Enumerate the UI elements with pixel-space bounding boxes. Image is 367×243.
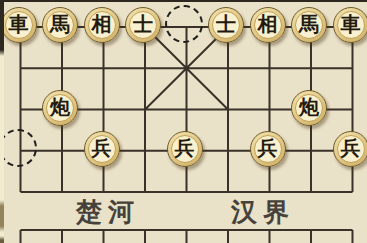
board-intersection[interactable] (0, 171, 41, 212)
board-intersection[interactable]: 炮 (290, 89, 332, 130)
board-intersection[interactable] (290, 48, 332, 89)
piece-character: 相 (92, 14, 112, 34)
river-label-han: 汉界 (231, 195, 295, 223)
window-left-edge (0, 0, 4, 243)
board-intersection[interactable] (290, 130, 332, 171)
board-intersection[interactable]: 士 (207, 6, 249, 47)
piece-chariot[interactable]: 車 (333, 7, 367, 43)
board-intersection[interactable] (83, 48, 125, 89)
board-intersection[interactable] (249, 48, 291, 89)
board-intersection[interactable] (207, 130, 249, 171)
piece-elephant[interactable]: 相 (250, 7, 286, 43)
board-intersection[interactable] (41, 48, 83, 89)
piece-face: 馬 (295, 11, 323, 39)
board-intersection[interactable]: 相 (249, 6, 291, 47)
piece-character: 兵 (175, 138, 195, 158)
board-intersection[interactable] (332, 89, 367, 130)
board-intersection[interactable]: 車 (0, 6, 41, 47)
piece-face: 相 (254, 11, 282, 39)
piece-soldier[interactable]: 兵 (84, 131, 120, 167)
board-intersection[interactable] (166, 6, 208, 47)
move-marker-dashed-circle (0, 129, 37, 167)
piece-face: 士 (129, 11, 157, 39)
board-intersection[interactable] (166, 89, 208, 130)
piece-chariot[interactable]: 車 (1, 7, 37, 43)
board-intersection[interactable] (332, 48, 367, 89)
piece-cannon[interactable]: 炮 (291, 90, 327, 126)
board-intersection[interactable]: 馬 (290, 6, 332, 47)
board-intersection[interactable]: 炮 (41, 89, 83, 130)
piece-face: 兵 (337, 135, 365, 163)
piece-face: 兵 (254, 135, 282, 163)
piece-horse[interactable]: 馬 (291, 7, 327, 43)
board-intersection[interactable]: 兵 (249, 130, 291, 171)
board-intersection[interactable] (0, 48, 41, 89)
piece-character: 馬 (299, 14, 319, 34)
xiangqi-board[interactable]: 車馬相士士相馬車炮炮兵兵兵兵 楚河 汉界 (0, 0, 367, 243)
piece-soldier[interactable]: 兵 (250, 131, 286, 167)
piece-advisor[interactable]: 士 (208, 7, 244, 43)
piece-advisor[interactable]: 士 (125, 7, 161, 43)
river-label-chu: 楚河 (76, 195, 140, 223)
piece-face: 車 (5, 11, 33, 39)
piece-elephant[interactable]: 相 (84, 7, 120, 43)
board-intersection[interactable] (124, 130, 166, 171)
piece-character: 相 (258, 14, 278, 34)
board-intersection[interactable] (124, 48, 166, 89)
board-intersection[interactable] (166, 48, 208, 89)
piece-face: 兵 (171, 135, 199, 163)
move-marker-dashed-circle (165, 5, 203, 43)
board-intersection[interactable]: 士 (124, 6, 166, 47)
board-intersection[interactable]: 相 (83, 6, 125, 47)
board-intersection[interactable]: 車 (332, 6, 367, 47)
board-intersection[interactable]: 兵 (332, 130, 367, 171)
board-intersection[interactable] (290, 171, 332, 212)
piece-character: 兵 (92, 138, 112, 158)
window-top-edge (0, 0, 367, 2)
board-intersection[interactable] (124, 89, 166, 130)
board-intersection[interactable]: 馬 (41, 6, 83, 47)
piece-face: 炮 (46, 94, 74, 122)
board-intersection[interactable] (207, 89, 249, 130)
board-intersection[interactable] (207, 48, 249, 89)
piece-character: 士 (133, 14, 153, 34)
piece-character: 車 (341, 14, 361, 34)
board-intersection[interactable] (41, 130, 83, 171)
board-intersection[interactable]: 兵 (166, 130, 208, 171)
piece-face: 兵 (88, 135, 116, 163)
board-intersections: 車馬相士士相馬車炮炮兵兵兵兵 (0, 6, 367, 212)
piece-soldier[interactable]: 兵 (333, 131, 367, 167)
piece-character: 兵 (258, 138, 278, 158)
piece-soldier[interactable]: 兵 (167, 131, 203, 167)
board-intersection[interactable] (332, 171, 367, 212)
piece-face: 車 (337, 11, 365, 39)
piece-character: 炮 (299, 97, 319, 117)
board-intersection[interactable] (0, 89, 41, 130)
piece-face: 相 (88, 11, 116, 39)
piece-cannon[interactable]: 炮 (42, 90, 78, 126)
board-intersection[interactable] (0, 130, 41, 171)
piece-character: 兵 (341, 138, 361, 158)
board-intersection[interactable]: 兵 (83, 130, 125, 171)
piece-face: 馬 (46, 11, 74, 39)
piece-face: 士 (212, 11, 240, 39)
board-intersection[interactable] (83, 89, 125, 130)
piece-character: 士 (216, 14, 236, 34)
piece-character: 炮 (50, 97, 70, 117)
board-intersection[interactable] (166, 171, 208, 212)
piece-horse[interactable]: 馬 (42, 7, 78, 43)
piece-face: 炮 (295, 94, 323, 122)
piece-character: 車 (9, 14, 29, 34)
board-intersection[interactable] (249, 89, 291, 130)
piece-character: 馬 (50, 14, 70, 34)
